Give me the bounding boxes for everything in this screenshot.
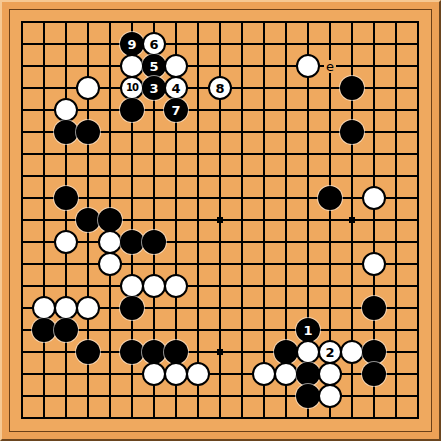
intersection[interactable]: [143, 165, 165, 187]
intersection[interactable]: [121, 231, 143, 253]
intersection[interactable]: 7: [165, 99, 187, 121]
intersection[interactable]: [55, 363, 77, 385]
intersection[interactable]: [275, 209, 297, 231]
intersection[interactable]: [341, 363, 363, 385]
intersection[interactable]: [55, 55, 77, 77]
intersection[interactable]: [231, 143, 253, 165]
intersection[interactable]: [165, 319, 187, 341]
intersection[interactable]: [143, 297, 165, 319]
intersection[interactable]: [165, 209, 187, 231]
intersection[interactable]: [363, 121, 385, 143]
intersection[interactable]: [77, 187, 99, 209]
intersection[interactable]: [319, 11, 341, 33]
intersection[interactable]: [33, 55, 55, 77]
intersection[interactable]: [77, 231, 99, 253]
intersection[interactable]: [275, 385, 297, 407]
intersection[interactable]: [55, 385, 77, 407]
intersection[interactable]: [99, 209, 121, 231]
intersection[interactable]: [187, 231, 209, 253]
intersection[interactable]: [385, 99, 407, 121]
intersection[interactable]: [165, 33, 187, 55]
intersection[interactable]: [33, 99, 55, 121]
intersection[interactable]: [253, 187, 275, 209]
intersection[interactable]: [121, 385, 143, 407]
intersection[interactable]: [341, 143, 363, 165]
intersection[interactable]: [319, 297, 341, 319]
intersection[interactable]: [297, 99, 319, 121]
intersection[interactable]: [231, 297, 253, 319]
intersection[interactable]: 6: [143, 33, 165, 55]
intersection[interactable]: [253, 341, 275, 363]
intersection[interactable]: [385, 253, 407, 275]
intersection[interactable]: [275, 99, 297, 121]
intersection[interactable]: [385, 11, 407, 33]
intersection[interactable]: [319, 99, 341, 121]
intersection[interactable]: [165, 253, 187, 275]
intersection[interactable]: [231, 99, 253, 121]
intersection[interactable]: [143, 363, 165, 385]
intersection[interactable]: [11, 297, 33, 319]
intersection[interactable]: [209, 121, 231, 143]
intersection[interactable]: 1: [297, 319, 319, 341]
intersection[interactable]: [77, 165, 99, 187]
intersection[interactable]: [11, 275, 33, 297]
intersection[interactable]: [11, 11, 33, 33]
intersection[interactable]: [55, 187, 77, 209]
intersection[interactable]: [209, 407, 231, 429]
intersection[interactable]: [407, 363, 429, 385]
intersection[interactable]: [407, 77, 429, 99]
intersection[interactable]: [297, 77, 319, 99]
intersection[interactable]: [275, 341, 297, 363]
intersection[interactable]: [121, 275, 143, 297]
intersection[interactable]: [77, 341, 99, 363]
intersection[interactable]: [363, 319, 385, 341]
intersection[interactable]: [319, 121, 341, 143]
intersection[interactable]: [275, 275, 297, 297]
intersection[interactable]: [319, 187, 341, 209]
intersection[interactable]: [55, 121, 77, 143]
intersection[interactable]: [187, 121, 209, 143]
intersection[interactable]: [407, 143, 429, 165]
intersection[interactable]: [297, 407, 319, 429]
intersection[interactable]: [77, 297, 99, 319]
intersection[interactable]: [11, 341, 33, 363]
intersection[interactable]: 9: [121, 33, 143, 55]
intersection[interactable]: [121, 121, 143, 143]
intersection[interactable]: [33, 275, 55, 297]
intersection[interactable]: [407, 407, 429, 429]
intersection[interactable]: [121, 187, 143, 209]
intersection[interactable]: [231, 253, 253, 275]
intersection[interactable]: [407, 319, 429, 341]
intersection[interactable]: [231, 319, 253, 341]
intersection[interactable]: [77, 319, 99, 341]
intersection[interactable]: [77, 33, 99, 55]
intersection[interactable]: [165, 297, 187, 319]
intersection[interactable]: [407, 253, 429, 275]
intersection[interactable]: [11, 143, 33, 165]
intersection[interactable]: [187, 187, 209, 209]
intersection[interactable]: 4: [165, 77, 187, 99]
intersection[interactable]: [77, 143, 99, 165]
intersection[interactable]: [11, 77, 33, 99]
intersection[interactable]: [33, 231, 55, 253]
intersection[interactable]: [407, 33, 429, 55]
intersection[interactable]: [319, 253, 341, 275]
intersection[interactable]: [77, 275, 99, 297]
intersection[interactable]: [33, 187, 55, 209]
intersection[interactable]: [275, 319, 297, 341]
intersection[interactable]: [33, 165, 55, 187]
intersection[interactable]: [231, 33, 253, 55]
intersection[interactable]: [33, 407, 55, 429]
intersection[interactable]: [143, 11, 165, 33]
intersection[interactable]: [143, 407, 165, 429]
intersection[interactable]: 3: [143, 77, 165, 99]
intersection[interactable]: [275, 143, 297, 165]
intersection[interactable]: [121, 143, 143, 165]
intersection[interactable]: [231, 165, 253, 187]
intersection[interactable]: [99, 407, 121, 429]
intersection[interactable]: [55, 11, 77, 33]
intersection[interactable]: [99, 297, 121, 319]
intersection[interactable]: [11, 187, 33, 209]
intersection[interactable]: [121, 363, 143, 385]
intersection[interactable]: [297, 33, 319, 55]
intersection[interactable]: [319, 319, 341, 341]
intersection[interactable]: [143, 385, 165, 407]
intersection[interactable]: [297, 143, 319, 165]
intersection[interactable]: [231, 55, 253, 77]
intersection[interactable]: [319, 143, 341, 165]
intersection[interactable]: [297, 341, 319, 363]
intersection[interactable]: [341, 33, 363, 55]
intersection[interactable]: [99, 11, 121, 33]
intersection[interactable]: [187, 319, 209, 341]
intersection[interactable]: [407, 11, 429, 33]
intersection[interactable]: [187, 209, 209, 231]
intersection[interactable]: [11, 121, 33, 143]
intersection[interactable]: [165, 55, 187, 77]
intersection[interactable]: [407, 99, 429, 121]
intersection[interactable]: [341, 319, 363, 341]
intersection[interactable]: [165, 165, 187, 187]
intersection[interactable]: [275, 253, 297, 275]
intersection[interactable]: [187, 341, 209, 363]
intersection[interactable]: [341, 77, 363, 99]
intersection[interactable]: [231, 231, 253, 253]
intersection[interactable]: [187, 385, 209, 407]
intersection[interactable]: [121, 253, 143, 275]
intersection[interactable]: [385, 165, 407, 187]
intersection[interactable]: [77, 385, 99, 407]
intersection[interactable]: [231, 275, 253, 297]
intersection[interactable]: [363, 407, 385, 429]
intersection[interactable]: [275, 165, 297, 187]
intersection[interactable]: e: [319, 55, 341, 77]
intersection[interactable]: [209, 253, 231, 275]
intersection[interactable]: [121, 99, 143, 121]
intersection[interactable]: [121, 407, 143, 429]
intersection[interactable]: [33, 341, 55, 363]
intersection[interactable]: [143, 253, 165, 275]
intersection[interactable]: [253, 363, 275, 385]
intersection[interactable]: [55, 231, 77, 253]
intersection[interactable]: [33, 363, 55, 385]
intersection[interactable]: [341, 121, 363, 143]
intersection[interactable]: [209, 297, 231, 319]
intersection[interactable]: [187, 99, 209, 121]
intersection[interactable]: [363, 231, 385, 253]
intersection[interactable]: [55, 297, 77, 319]
intersection[interactable]: [385, 341, 407, 363]
intersection[interactable]: [143, 187, 165, 209]
intersection[interactable]: [209, 55, 231, 77]
intersection[interactable]: 2: [319, 341, 341, 363]
intersection[interactable]: [231, 209, 253, 231]
intersection[interactable]: [143, 341, 165, 363]
intersection[interactable]: [363, 33, 385, 55]
intersection[interactable]: [99, 231, 121, 253]
intersection[interactable]: [165, 187, 187, 209]
intersection[interactable]: [99, 253, 121, 275]
intersection[interactable]: [165, 363, 187, 385]
intersection[interactable]: [407, 121, 429, 143]
intersection[interactable]: [99, 187, 121, 209]
intersection[interactable]: [341, 253, 363, 275]
intersection[interactable]: [363, 363, 385, 385]
intersection[interactable]: [253, 231, 275, 253]
intersection[interactable]: [55, 143, 77, 165]
intersection[interactable]: [231, 407, 253, 429]
intersection[interactable]: [297, 275, 319, 297]
intersection[interactable]: [385, 121, 407, 143]
intersection[interactable]: [121, 55, 143, 77]
intersection[interactable]: [99, 275, 121, 297]
intersection[interactable]: [275, 187, 297, 209]
intersection[interactable]: [187, 55, 209, 77]
intersection[interactable]: [11, 319, 33, 341]
intersection[interactable]: [385, 363, 407, 385]
intersection[interactable]: [99, 385, 121, 407]
intersection[interactable]: [363, 341, 385, 363]
intersection[interactable]: [33, 11, 55, 33]
intersection[interactable]: [319, 385, 341, 407]
intersection[interactable]: [253, 121, 275, 143]
intersection[interactable]: [33, 297, 55, 319]
intersection[interactable]: [297, 231, 319, 253]
intersection[interactable]: [209, 319, 231, 341]
intersection[interactable]: [11, 385, 33, 407]
intersection[interactable]: [341, 407, 363, 429]
intersection[interactable]: [33, 385, 55, 407]
intersection[interactable]: [319, 275, 341, 297]
intersection[interactable]: [407, 165, 429, 187]
intersection[interactable]: [253, 319, 275, 341]
intersection[interactable]: [385, 187, 407, 209]
intersection[interactable]: [55, 209, 77, 231]
intersection[interactable]: [385, 55, 407, 77]
intersection[interactable]: [11, 209, 33, 231]
intersection[interactable]: [143, 121, 165, 143]
intersection[interactable]: [165, 121, 187, 143]
intersection[interactable]: [319, 77, 341, 99]
intersection[interactable]: [319, 363, 341, 385]
intersection[interactable]: 8: [209, 77, 231, 99]
intersection[interactable]: [77, 363, 99, 385]
intersection[interactable]: [165, 385, 187, 407]
intersection[interactable]: [319, 33, 341, 55]
intersection[interactable]: [275, 33, 297, 55]
intersection[interactable]: [231, 121, 253, 143]
intersection[interactable]: [363, 55, 385, 77]
intersection[interactable]: [297, 11, 319, 33]
intersection[interactable]: [253, 385, 275, 407]
intersection[interactable]: [407, 209, 429, 231]
intersection[interactable]: [55, 99, 77, 121]
intersection[interactable]: [275, 297, 297, 319]
intersection[interactable]: [275, 77, 297, 99]
intersection[interactable]: [77, 11, 99, 33]
intersection[interactable]: [319, 231, 341, 253]
intersection[interactable]: [55, 165, 77, 187]
intersection[interactable]: [275, 11, 297, 33]
intersection[interactable]: [209, 363, 231, 385]
intersection[interactable]: [11, 231, 33, 253]
intersection[interactable]: [407, 341, 429, 363]
intersection[interactable]: [385, 231, 407, 253]
intersection[interactable]: [275, 363, 297, 385]
intersection[interactable]: [253, 99, 275, 121]
intersection[interactable]: [297, 121, 319, 143]
intersection[interactable]: [253, 143, 275, 165]
intersection[interactable]: [77, 253, 99, 275]
intersection[interactable]: [121, 165, 143, 187]
intersection[interactable]: [253, 33, 275, 55]
intersection[interactable]: [209, 33, 231, 55]
intersection[interactable]: [341, 275, 363, 297]
intersection[interactable]: 10: [121, 77, 143, 99]
intersection[interactable]: [77, 55, 99, 77]
intersection[interactable]: [275, 231, 297, 253]
intersection[interactable]: [143, 231, 165, 253]
intersection[interactable]: [297, 209, 319, 231]
intersection[interactable]: [55, 319, 77, 341]
intersection[interactable]: [77, 407, 99, 429]
intersection[interactable]: [385, 33, 407, 55]
intersection[interactable]: [297, 187, 319, 209]
intersection[interactable]: [407, 297, 429, 319]
intersection[interactable]: [407, 55, 429, 77]
intersection[interactable]: [363, 187, 385, 209]
intersection[interactable]: [341, 385, 363, 407]
intersection[interactable]: [253, 275, 275, 297]
intersection[interactable]: [385, 319, 407, 341]
intersection[interactable]: [209, 187, 231, 209]
intersection[interactable]: [231, 385, 253, 407]
intersection[interactable]: [187, 165, 209, 187]
intersection[interactable]: [209, 231, 231, 253]
intersection[interactable]: [231, 77, 253, 99]
intersection[interactable]: [253, 209, 275, 231]
intersection[interactable]: [341, 187, 363, 209]
intersection[interactable]: [209, 99, 231, 121]
intersection[interactable]: [209, 341, 231, 363]
intersection[interactable]: [99, 363, 121, 385]
intersection[interactable]: [187, 11, 209, 33]
intersection[interactable]: [385, 77, 407, 99]
intersection[interactable]: [363, 209, 385, 231]
intersection[interactable]: [99, 341, 121, 363]
intersection[interactable]: [385, 209, 407, 231]
intersection[interactable]: [165, 11, 187, 33]
intersection[interactable]: [341, 165, 363, 187]
intersection[interactable]: [55, 33, 77, 55]
intersection[interactable]: [11, 165, 33, 187]
intersection[interactable]: [231, 187, 253, 209]
intersection[interactable]: [165, 231, 187, 253]
intersection[interactable]: [275, 407, 297, 429]
intersection[interactable]: [187, 297, 209, 319]
intersection[interactable]: [121, 297, 143, 319]
intersection[interactable]: [341, 341, 363, 363]
intersection[interactable]: [99, 319, 121, 341]
intersection[interactable]: [209, 275, 231, 297]
intersection[interactable]: [341, 55, 363, 77]
intersection[interactable]: [77, 99, 99, 121]
intersection[interactable]: [99, 33, 121, 55]
intersection[interactable]: [33, 209, 55, 231]
intersection[interactable]: [407, 385, 429, 407]
intersection[interactable]: [363, 165, 385, 187]
intersection[interactable]: [363, 77, 385, 99]
intersection[interactable]: [319, 209, 341, 231]
intersection[interactable]: [363, 11, 385, 33]
intersection[interactable]: [33, 143, 55, 165]
intersection[interactable]: [143, 319, 165, 341]
intersection[interactable]: [385, 143, 407, 165]
intersection[interactable]: [297, 385, 319, 407]
intersection[interactable]: [253, 55, 275, 77]
intersection[interactable]: [143, 143, 165, 165]
intersection[interactable]: [99, 121, 121, 143]
intersection[interactable]: [253, 253, 275, 275]
intersection[interactable]: [187, 143, 209, 165]
intersection[interactable]: [209, 209, 231, 231]
intersection[interactable]: [363, 297, 385, 319]
intersection[interactable]: [11, 253, 33, 275]
intersection[interactable]: [341, 209, 363, 231]
intersection[interactable]: [385, 297, 407, 319]
intersection[interactable]: [209, 165, 231, 187]
intersection[interactable]: [55, 77, 77, 99]
intersection[interactable]: [99, 143, 121, 165]
intersection[interactable]: [33, 253, 55, 275]
intersection[interactable]: [165, 341, 187, 363]
intersection[interactable]: [297, 165, 319, 187]
intersection[interactable]: [121, 209, 143, 231]
intersection[interactable]: [253, 297, 275, 319]
intersection[interactable]: [165, 275, 187, 297]
intersection[interactable]: [407, 275, 429, 297]
intersection[interactable]: [187, 407, 209, 429]
intersection[interactable]: [143, 209, 165, 231]
intersection[interactable]: [385, 407, 407, 429]
intersection[interactable]: [187, 363, 209, 385]
intersection[interactable]: [55, 407, 77, 429]
intersection[interactable]: [275, 121, 297, 143]
